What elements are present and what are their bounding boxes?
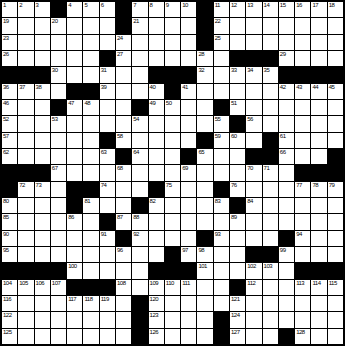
cell-r12c21[interactable]: 79 xyxy=(328,182,343,197)
cell-r16c8[interactable]: 96 xyxy=(116,247,131,262)
cell-r15c4[interactable] xyxy=(51,231,66,246)
cell-r18c9[interactable] xyxy=(132,280,147,295)
cell-r15c16[interactable] xyxy=(246,231,261,246)
cell-r13c10[interactable]: 82 xyxy=(149,198,164,213)
cell-r16c10[interactable] xyxy=(149,247,164,262)
cell-r13c7[interactable] xyxy=(100,198,115,213)
cell-r8c2[interactable] xyxy=(18,116,33,131)
cell-r3c21[interactable] xyxy=(328,35,343,50)
cell-r17c6[interactable] xyxy=(83,263,98,278)
cell-r2c4[interactable]: 20 xyxy=(51,18,66,33)
cell-r16c1[interactable]: 95 xyxy=(2,247,17,262)
cell-r8c20[interactable] xyxy=(311,116,326,131)
cell-r10c5[interactable] xyxy=(67,149,82,164)
cell-r13c4[interactable] xyxy=(51,198,66,213)
cell-r9c5[interactable] xyxy=(67,133,82,148)
cell-r14c8[interactable]: 87 xyxy=(116,214,131,229)
cell-r9c14[interactable]: 59 xyxy=(214,133,229,148)
cell-r7c7[interactable] xyxy=(100,100,115,115)
cell-r15c17[interactable] xyxy=(263,231,278,246)
cell-r4c21[interactable] xyxy=(328,51,343,66)
cell-r14c16[interactable] xyxy=(246,214,261,229)
cell-r6c20[interactable]: 44 xyxy=(311,84,326,99)
cell-r15c10[interactable] xyxy=(149,231,164,246)
cell-r2c9[interactable]: 21 xyxy=(132,18,147,33)
cell-r14c2[interactable] xyxy=(18,214,33,229)
cell-r12c18[interactable] xyxy=(279,182,294,197)
cell-r18c4[interactable]: 107 xyxy=(51,280,66,295)
cell-r18c14[interactable] xyxy=(214,280,229,295)
cell-r20c3[interactable] xyxy=(35,312,50,327)
cell-r18c21[interactable]: 115 xyxy=(328,280,343,295)
cell-r14c18[interactable] xyxy=(279,214,294,229)
cell-r18c13[interactable] xyxy=(197,280,212,295)
cell-r14c5[interactable]: 86 xyxy=(67,214,82,229)
cell-r14c11[interactable] xyxy=(165,214,180,229)
cell-r6c18[interactable]: 42 xyxy=(279,84,294,99)
cell-r15c20[interactable] xyxy=(311,231,326,246)
cell-r20c5[interactable] xyxy=(67,312,82,327)
cell-r10c7[interactable]: 63 xyxy=(100,149,115,164)
cell-r21c1[interactable]: 125 xyxy=(2,329,17,344)
cell-r6c12[interactable]: 41 xyxy=(181,84,196,99)
cell-r20c17[interactable] xyxy=(263,312,278,327)
cell-r8c7[interactable] xyxy=(100,116,115,131)
cell-r8c1[interactable]: 52 xyxy=(2,116,17,131)
cell-r13c17[interactable] xyxy=(263,198,278,213)
cell-r16c21[interactable] xyxy=(328,247,343,262)
cell-r2c3[interactable] xyxy=(35,18,50,33)
cell-r9c1[interactable]: 57 xyxy=(2,133,17,148)
cell-r5c5[interactable] xyxy=(67,67,82,82)
cell-r14c9[interactable]: 88 xyxy=(132,214,147,229)
cell-r19c19[interactable] xyxy=(295,296,310,311)
cell-r17c5[interactable]: 100 xyxy=(67,263,82,278)
cell-r14c6[interactable] xyxy=(83,214,98,229)
cell-r15c14[interactable]: 93 xyxy=(214,231,229,246)
cell-r19c3[interactable] xyxy=(35,296,50,311)
cell-r7c5[interactable]: 47 xyxy=(67,100,82,115)
cell-r4c12[interactable] xyxy=(181,51,196,66)
cell-r20c10[interactable]: 123 xyxy=(149,312,164,327)
cell-r7c6[interactable]: 48 xyxy=(83,100,98,115)
cell-r10c14[interactable] xyxy=(214,149,229,164)
cell-r6c2[interactable]: 37 xyxy=(18,84,33,99)
cell-r1c16[interactable]: 13 xyxy=(246,2,261,17)
cell-r5c9[interactable] xyxy=(132,67,147,82)
cell-r11c17[interactable]: 71 xyxy=(263,165,278,180)
cell-r6c8[interactable] xyxy=(116,84,131,99)
cell-r17c15[interactable] xyxy=(230,263,245,278)
cell-r16c19[interactable] xyxy=(295,247,310,262)
cell-r19c17[interactable] xyxy=(263,296,278,311)
cell-r16c14[interactable] xyxy=(214,247,229,262)
cell-r7c11[interactable]: 50 xyxy=(165,100,180,115)
cell-r9c16[interactable] xyxy=(246,133,261,148)
cell-r6c21[interactable]: 45 xyxy=(328,84,343,99)
cell-r7c2[interactable] xyxy=(18,100,33,115)
cell-r5c8[interactable] xyxy=(116,67,131,82)
cell-r11c11[interactable] xyxy=(165,165,180,180)
cell-r21c12[interactable] xyxy=(181,329,196,344)
cell-r12c9[interactable] xyxy=(132,182,147,197)
cell-r4c11[interactable] xyxy=(165,51,180,66)
cell-r14c4[interactable] xyxy=(51,214,66,229)
cell-r7c8[interactable] xyxy=(116,100,131,115)
cell-r4c8[interactable]: 27 xyxy=(116,51,131,66)
cell-r13c11[interactable] xyxy=(165,198,180,213)
cell-r16c5[interactable] xyxy=(67,247,82,262)
cell-r8c8[interactable] xyxy=(116,116,131,131)
cell-r14c13[interactable] xyxy=(197,214,212,229)
cell-r16c18[interactable]: 99 xyxy=(279,247,294,262)
cell-r8c11[interactable] xyxy=(165,116,180,131)
cell-r6c4[interactable] xyxy=(51,84,66,99)
cell-r17c17[interactable]: 103 xyxy=(263,263,278,278)
cell-r13c1[interactable]: 80 xyxy=(2,198,17,213)
cell-r8c16[interactable]: 56 xyxy=(246,116,261,131)
cell-r4c14[interactable] xyxy=(214,51,229,66)
cell-r20c21[interactable] xyxy=(328,312,343,327)
cell-r3c11[interactable] xyxy=(165,35,180,50)
cell-r7c18[interactable] xyxy=(279,100,294,115)
cell-r1c2[interactable]: 2 xyxy=(18,2,33,17)
cell-r20c4[interactable] xyxy=(51,312,66,327)
cell-r3c17[interactable] xyxy=(263,35,278,50)
cell-r13c14[interactable]: 83 xyxy=(214,198,229,213)
cell-r21c5[interactable] xyxy=(67,329,82,344)
cell-r7c12[interactable] xyxy=(181,100,196,115)
cell-r20c6[interactable] xyxy=(83,312,98,327)
cell-r8c21[interactable] xyxy=(328,116,343,131)
cell-r16c15[interactable] xyxy=(230,247,245,262)
cell-r14c3[interactable] xyxy=(35,214,50,229)
cell-r9c3[interactable] xyxy=(35,133,50,148)
cell-r12c7[interactable]: 74 xyxy=(100,182,115,197)
cell-r17c13[interactable]: 101 xyxy=(197,263,212,278)
cell-r5c14[interactable] xyxy=(214,67,229,82)
cell-r21c11[interactable] xyxy=(165,329,180,344)
cell-r9c8[interactable]: 58 xyxy=(116,133,131,148)
cell-r20c20[interactable] xyxy=(311,312,326,327)
cell-r16c2[interactable] xyxy=(18,247,33,262)
cell-r12c17[interactable] xyxy=(263,182,278,197)
cell-r19c4[interactable] xyxy=(51,296,66,311)
cell-r7c15[interactable]: 51 xyxy=(230,100,245,115)
cell-r8c5[interactable] xyxy=(67,116,82,131)
cell-r7c21[interactable] xyxy=(328,100,343,115)
cell-r15c11[interactable] xyxy=(165,231,180,246)
cell-r4c1[interactable]: 26 xyxy=(2,51,17,66)
cell-r15c21[interactable] xyxy=(328,231,343,246)
cell-r1c10[interactable]: 8 xyxy=(149,2,164,17)
cell-r8c9[interactable]: 54 xyxy=(132,116,147,131)
cell-r3c10[interactable] xyxy=(149,35,164,50)
cell-r16c4[interactable] xyxy=(51,247,66,262)
cell-r10c15[interactable] xyxy=(230,149,245,164)
cell-r12c15[interactable]: 76 xyxy=(230,182,245,197)
cell-r11c6[interactable] xyxy=(83,165,98,180)
cell-r18c18[interactable] xyxy=(279,280,294,295)
cell-r10c18[interactable]: 66 xyxy=(279,149,294,164)
cell-r20c13[interactable] xyxy=(197,312,212,327)
cell-r16c6[interactable] xyxy=(83,247,98,262)
cell-r9c11[interactable] xyxy=(165,133,180,148)
cell-r1c6[interactable]: 5 xyxy=(83,2,98,17)
cell-r1c15[interactable]: 12 xyxy=(230,2,245,17)
cell-r15c2[interactable] xyxy=(18,231,33,246)
cell-r15c3[interactable] xyxy=(35,231,50,246)
cell-r3c15[interactable] xyxy=(230,35,245,50)
cell-r5c4[interactable]: 30 xyxy=(51,67,66,82)
cell-r4c19[interactable] xyxy=(295,51,310,66)
cell-r8c19[interactable] xyxy=(295,116,310,131)
cell-r4c10[interactable] xyxy=(149,51,164,66)
cell-r19c7[interactable]: 119 xyxy=(100,296,115,311)
cell-r9c15[interactable]: 60 xyxy=(230,133,245,148)
cell-r19c10[interactable]: 120 xyxy=(149,296,164,311)
cell-r13c19[interactable] xyxy=(295,198,310,213)
cell-r18c10[interactable]: 109 xyxy=(149,280,164,295)
cell-r4c3[interactable] xyxy=(35,51,50,66)
cell-r6c3[interactable]: 38 xyxy=(35,84,50,99)
cell-r11c10[interactable] xyxy=(149,165,164,180)
cell-r2c20[interactable] xyxy=(311,18,326,33)
cell-r18c19[interactable]: 113 xyxy=(295,280,310,295)
cell-r7c16[interactable] xyxy=(246,100,261,115)
cell-r20c18[interactable] xyxy=(279,312,294,327)
cell-r5c15[interactable]: 33 xyxy=(230,67,245,82)
cell-r17c9[interactable] xyxy=(132,263,147,278)
cell-r5c13[interactable]: 32 xyxy=(197,67,212,82)
cell-r19c16[interactable] xyxy=(246,296,261,311)
cell-r14c17[interactable] xyxy=(263,214,278,229)
cell-r12c8[interactable] xyxy=(116,182,131,197)
cell-r18c2[interactable]: 105 xyxy=(18,280,33,295)
cell-r4c13[interactable]: 28 xyxy=(197,51,212,66)
cell-r13c6[interactable]: 81 xyxy=(83,198,98,213)
cell-r7c19[interactable] xyxy=(295,100,310,115)
cell-r2c15[interactable] xyxy=(230,18,245,33)
cell-r14c10[interactable] xyxy=(149,214,164,229)
cell-r13c12[interactable] xyxy=(181,198,196,213)
cell-r2c19[interactable] xyxy=(295,18,310,33)
cell-r10c11[interactable] xyxy=(165,149,180,164)
cell-r2c6[interactable] xyxy=(83,18,98,33)
cell-r19c13[interactable] xyxy=(197,296,212,311)
cell-r9c6[interactable] xyxy=(83,133,98,148)
cell-r16c12[interactable]: 97 xyxy=(181,247,196,262)
cell-r5c16[interactable]: 34 xyxy=(246,67,261,82)
cell-r21c3[interactable] xyxy=(35,329,50,344)
cell-r8c18[interactable] xyxy=(279,116,294,131)
cell-r19c2[interactable] xyxy=(18,296,33,311)
cell-r5c6[interactable] xyxy=(83,67,98,82)
cell-r21c2[interactable] xyxy=(18,329,33,344)
cell-r10c10[interactable] xyxy=(149,149,164,164)
cell-r12c3[interactable]: 73 xyxy=(35,182,50,197)
cell-r10c19[interactable] xyxy=(295,149,310,164)
cell-r19c6[interactable]: 118 xyxy=(83,296,98,311)
cell-r11c13[interactable] xyxy=(197,165,212,180)
cell-r2c17[interactable] xyxy=(263,18,278,33)
cell-r1c5[interactable]: 4 xyxy=(67,2,82,17)
cell-r17c7[interactable] xyxy=(100,263,115,278)
cell-r14c1[interactable]: 85 xyxy=(2,214,17,229)
cell-r4c20[interactable] xyxy=(311,51,326,66)
cell-r3c5[interactable] xyxy=(67,35,82,50)
cell-r13c3[interactable] xyxy=(35,198,50,213)
cell-r4c5[interactable] xyxy=(67,51,82,66)
cell-r16c9[interactable] xyxy=(132,247,147,262)
cell-r21c7[interactable] xyxy=(100,329,115,344)
cell-r13c20[interactable] xyxy=(311,198,326,213)
cell-r20c1[interactable]: 122 xyxy=(2,312,17,327)
cell-r1c21[interactable]: 18 xyxy=(328,2,343,17)
cell-r6c13[interactable] xyxy=(197,84,212,99)
cell-r9c10[interactable] xyxy=(149,133,164,148)
cell-r2c1[interactable]: 19 xyxy=(2,18,17,33)
cell-r9c2[interactable] xyxy=(18,133,33,148)
cell-r13c2[interactable] xyxy=(18,198,33,213)
cell-r13c18[interactable] xyxy=(279,198,294,213)
cell-r4c2[interactable] xyxy=(18,51,33,66)
cell-r8c17[interactable] xyxy=(263,116,278,131)
cell-r21c19[interactable]: 128 xyxy=(295,329,310,344)
cell-r15c12[interactable] xyxy=(181,231,196,246)
cell-r19c20[interactable] xyxy=(311,296,326,311)
cell-r1c1[interactable]: 1 xyxy=(2,2,17,17)
cell-r6c16[interactable] xyxy=(246,84,261,99)
cell-r17c14[interactable] xyxy=(214,263,229,278)
cell-r7c1[interactable]: 46 xyxy=(2,100,17,115)
cell-r21c16[interactable] xyxy=(246,329,261,344)
cell-r19c11[interactable] xyxy=(165,296,180,311)
cell-r21c4[interactable] xyxy=(51,329,66,344)
cell-r3c16[interactable] xyxy=(246,35,261,50)
cell-r1c11[interactable]: 9 xyxy=(165,2,180,17)
cell-r4c4[interactable] xyxy=(51,51,66,66)
cell-r21c20[interactable] xyxy=(311,329,326,344)
cell-r13c8[interactable] xyxy=(116,198,131,213)
cell-r15c5[interactable] xyxy=(67,231,82,246)
cell-r8c3[interactable] xyxy=(35,116,50,131)
cell-r1c14[interactable]: 11 xyxy=(214,2,229,17)
cell-r20c8[interactable] xyxy=(116,312,131,327)
cell-r21c10[interactable]: 126 xyxy=(149,329,164,344)
cell-r1c17[interactable]: 14 xyxy=(263,2,278,17)
cell-r15c6[interactable] xyxy=(83,231,98,246)
cell-r12c12[interactable] xyxy=(181,182,196,197)
cell-r19c14[interactable] xyxy=(214,296,229,311)
cell-r20c19[interactable] xyxy=(295,312,310,327)
cell-r20c11[interactable] xyxy=(165,312,180,327)
cell-r2c5[interactable] xyxy=(67,18,82,33)
cell-r6c14[interactable] xyxy=(214,84,229,99)
cell-r16c7[interactable] xyxy=(100,247,115,262)
cell-r2c18[interactable] xyxy=(279,18,294,33)
cell-r9c18[interactable]: 61 xyxy=(279,133,294,148)
cell-r18c16[interactable]: 112 xyxy=(246,280,261,295)
cell-r18c1[interactable]: 104 xyxy=(2,280,17,295)
cell-r16c3[interactable] xyxy=(35,247,50,262)
cell-r2c12[interactable] xyxy=(181,18,196,33)
cell-r21c6[interactable] xyxy=(83,329,98,344)
cell-r9c21[interactable] xyxy=(328,133,343,148)
cell-r12c13[interactable] xyxy=(197,182,212,197)
cell-r15c15[interactable] xyxy=(230,231,245,246)
cell-r3c20[interactable] xyxy=(311,35,326,50)
cell-r11c5[interactable] xyxy=(67,165,82,180)
cell-r8c14[interactable]: 55 xyxy=(214,116,229,131)
cell-r3c8[interactable]: 24 xyxy=(116,35,131,50)
cell-r9c4[interactable] xyxy=(51,133,66,148)
cell-r18c3[interactable]: 106 xyxy=(35,280,50,295)
cell-r20c7[interactable] xyxy=(100,312,115,327)
cell-r9c19[interactable] xyxy=(295,133,310,148)
cell-r3c7[interactable] xyxy=(100,35,115,50)
cell-r12c20[interactable]: 78 xyxy=(311,182,326,197)
cell-r7c10[interactable]: 49 xyxy=(149,100,164,115)
cell-r19c8[interactable] xyxy=(116,296,131,311)
cell-r7c13[interactable] xyxy=(197,100,212,115)
cell-r16c20[interactable] xyxy=(311,247,326,262)
cell-r15c9[interactable]: 92 xyxy=(132,231,147,246)
cell-r11c14[interactable] xyxy=(214,165,229,180)
cell-r20c15[interactable]: 124 xyxy=(230,312,245,327)
cell-r21c17[interactable] xyxy=(263,329,278,344)
cell-r3c19[interactable] xyxy=(295,35,310,50)
cell-r1c19[interactable]: 16 xyxy=(295,2,310,17)
cell-r19c21[interactable] xyxy=(328,296,343,311)
cell-r10c4[interactable] xyxy=(51,149,66,164)
cell-r10c3[interactable] xyxy=(35,149,50,164)
cell-r1c9[interactable]: 7 xyxy=(132,2,147,17)
cell-r14c12[interactable] xyxy=(181,214,196,229)
cell-r10c1[interactable]: 62 xyxy=(2,149,17,164)
cell-r2c11[interactable] xyxy=(165,18,180,33)
cell-r20c2[interactable] xyxy=(18,312,33,327)
cell-r21c8[interactable] xyxy=(116,329,131,344)
cell-r8c4[interactable]: 53 xyxy=(51,116,66,131)
cell-r4c18[interactable]: 29 xyxy=(279,51,294,66)
cell-r6c7[interactable]: 39 xyxy=(100,84,115,99)
cell-r11c16[interactable]: 70 xyxy=(246,165,261,180)
cell-r11c15[interactable] xyxy=(230,165,245,180)
cell-r6c15[interactable] xyxy=(230,84,245,99)
cell-r6c1[interactable]: 36 xyxy=(2,84,17,99)
cell-r12c2[interactable]: 72 xyxy=(18,182,33,197)
cell-r17c18[interactable] xyxy=(279,263,294,278)
cell-r9c20[interactable] xyxy=(311,133,326,148)
cell-r18c20[interactable]: 114 xyxy=(311,280,326,295)
cell-r3c4[interactable] xyxy=(51,35,66,50)
cell-r15c19[interactable]: 94 xyxy=(295,231,310,246)
cell-r19c5[interactable]: 117 xyxy=(67,296,82,311)
cell-r3c3[interactable] xyxy=(35,35,50,50)
cell-r10c6[interactable] xyxy=(83,149,98,164)
cell-r6c17[interactable] xyxy=(263,84,278,99)
cell-r18c12[interactable]: 111 xyxy=(181,280,196,295)
cell-r2c14[interactable]: 22 xyxy=(214,18,229,33)
cell-r10c13[interactable]: 65 xyxy=(197,149,212,164)
cell-r9c12[interactable] xyxy=(181,133,196,148)
cell-r6c10[interactable]: 40 xyxy=(149,84,164,99)
cell-r8c13[interactable] xyxy=(197,116,212,131)
cell-r20c16[interactable] xyxy=(246,312,261,327)
cell-r3c12[interactable] xyxy=(181,35,196,50)
cell-r1c18[interactable]: 15 xyxy=(279,2,294,17)
